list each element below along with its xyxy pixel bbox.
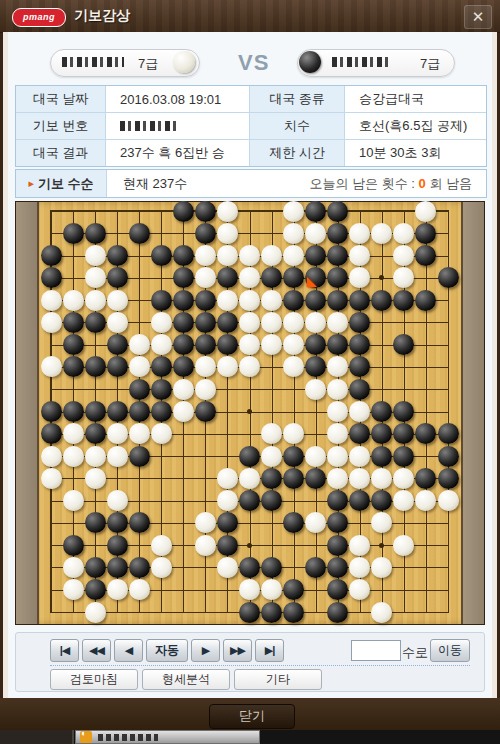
stone-white: ○ [85, 245, 106, 266]
vs-label: VS [238, 50, 269, 76]
stone-black: ● [195, 201, 216, 222]
stone-white: ○ [393, 535, 414, 556]
stone-white: ○ [239, 290, 260, 311]
stone-white: ○ [63, 446, 84, 467]
stone-black: ● [85, 356, 106, 377]
stone-white: ○ [261, 423, 282, 444]
nav-last-button[interactable]: ▶| [255, 639, 284, 662]
stone-black: ● [371, 401, 392, 422]
stone-black: ● [151, 290, 172, 311]
stone-white: ○ [129, 579, 150, 600]
stone-white: ○ [239, 312, 260, 333]
stone-white: ○ [349, 557, 370, 578]
value-time-limit: 10분 30초 3회 [345, 140, 484, 166]
stone-black: ● [41, 401, 62, 422]
stone-black: ● [63, 223, 84, 244]
stone-black: ● [305, 290, 326, 311]
stone-black: ● [283, 267, 304, 288]
stone-white: ○ [393, 468, 414, 489]
stone-black: ● [349, 290, 370, 311]
stone-black: ● [305, 201, 326, 222]
stone-black: ● [261, 267, 282, 288]
white-stone-icon [173, 51, 195, 73]
black-stone-icon [299, 51, 321, 73]
stone-white: ○ [327, 312, 348, 333]
taskbar-segment[interactable] [0, 730, 74, 744]
divider [50, 665, 470, 666]
stone-white: ○ [151, 334, 172, 355]
stone-black: ● [283, 602, 304, 623]
stone-black: ● [349, 379, 370, 400]
window-title: 기보감상 [74, 7, 130, 25]
table-row: 대국 날짜 2016.03.08 19:01 대국 종류 승강급대국 [16, 86, 486, 113]
stone-black: ● [327, 267, 348, 288]
stone-black: ● [393, 423, 414, 444]
board-frame-right [461, 202, 484, 624]
nav-forward-button[interactable]: ▶ [191, 639, 220, 662]
move-sequence-row: ▸ 기보 수순 현재 237수 오늘의 남은 횟수 : 0 회 남음 [15, 169, 487, 198]
stone-white: ○ [305, 379, 326, 400]
stone-white: ○ [349, 401, 370, 422]
close-button[interactable]: 닫기 [209, 704, 295, 729]
stone-black: ● [217, 512, 238, 533]
player-black-name-censored [332, 57, 390, 67]
stone-white: ○ [283, 334, 304, 355]
stone-white: ○ [349, 267, 370, 288]
stone-black: ● [393, 290, 414, 311]
stone-white: ○ [151, 423, 172, 444]
baduk-app-icon [80, 731, 92, 743]
stone-white: ○ [327, 401, 348, 422]
stone-black: ● [261, 490, 282, 511]
etc-button[interactable]: 기타 [234, 669, 322, 690]
close-icon[interactable]: ✕ [464, 5, 492, 29]
value-record-number [106, 113, 250, 139]
stone-black: ● [63, 401, 84, 422]
stone-white: ○ [63, 290, 84, 311]
stone-black: ● [305, 557, 326, 578]
remaining-count-text: 오늘의 남은 횟수 : 0 회 남음 [309, 175, 472, 193]
stone-white: ○ [283, 356, 304, 377]
stone-white: ○ [327, 446, 348, 467]
stone-white: ○ [217, 490, 238, 511]
stone-white: ○ [349, 535, 370, 556]
stone-white: ○ [195, 535, 216, 556]
last-move-marker [307, 277, 317, 287]
stone-white: ○ [85, 602, 106, 623]
stone-white: ○ [349, 579, 370, 600]
table-row: 기보 번호 치수 호선(흑6.5집 공제) [16, 113, 486, 140]
stone-black: ● [107, 245, 128, 266]
stone-white: ○ [239, 334, 260, 355]
stone-white: ○ [305, 512, 326, 533]
stone-black: ● [327, 579, 348, 600]
current-move-text: 현재 237수 [123, 175, 187, 193]
nav-buttons: |◀◀◀◀자동▶▶▶▶| [50, 639, 284, 662]
star-point [247, 543, 252, 548]
stone-black: ● [415, 245, 436, 266]
stone-black: ● [107, 401, 128, 422]
stone-white: ○ [283, 245, 304, 266]
stone-white: ○ [107, 490, 128, 511]
value-date: 2016.03.08 19:01 [106, 86, 250, 112]
stone-black: ● [217, 312, 238, 333]
label-time-limit: 제한 시간 [250, 140, 345, 166]
move-sequence-label: ▸ 기보 수순 [16, 170, 107, 197]
stone-black: ● [283, 512, 304, 533]
stone-white: ○ [85, 267, 106, 288]
stone-black: ● [173, 334, 194, 355]
stone-black: ● [85, 512, 106, 533]
stone-black: ● [327, 512, 348, 533]
stone-black: ● [129, 512, 150, 533]
stone-black: ● [283, 446, 304, 467]
stone-black: ● [173, 356, 194, 377]
stone-black: ● [173, 267, 194, 288]
stone-white: ○ [327, 468, 348, 489]
stone-white: ○ [63, 557, 84, 578]
nav-fast-forward-button[interactable]: ▶▶ [223, 639, 252, 662]
stone-black: ● [438, 446, 459, 467]
stone-white: ○ [349, 223, 370, 244]
stone-black: ● [239, 490, 260, 511]
stone-white: ○ [239, 468, 260, 489]
stone-white: ○ [305, 223, 326, 244]
stone-white: ○ [129, 334, 150, 355]
stone-white: ○ [371, 512, 392, 533]
stone-white: ○ [217, 223, 238, 244]
stone-black: ● [217, 535, 238, 556]
stone-black: ● [151, 401, 172, 422]
stone-black: ● [438, 423, 459, 444]
stone-white: ○ [239, 579, 260, 600]
stone-white: ○ [63, 490, 84, 511]
stone-black: ● [217, 267, 238, 288]
stone-white: ○ [283, 423, 304, 444]
stone-white: ○ [217, 557, 238, 578]
stone-black: ● [349, 423, 370, 444]
stone-white: ○ [415, 201, 436, 222]
stone-white: ○ [371, 468, 392, 489]
stone-black: ● [107, 557, 128, 578]
stone-black: ● [261, 557, 282, 578]
goto-label: 수로 [402, 644, 428, 662]
star-point [247, 409, 252, 414]
stone-white: ○ [327, 379, 348, 400]
stone-black: ● [85, 401, 106, 422]
stone-black: ● [239, 557, 260, 578]
stone-white: ○ [438, 490, 459, 511]
player-white-name-censored [62, 57, 124, 67]
label-result: 대국 결과 [16, 140, 106, 166]
stone-white: ○ [107, 446, 128, 467]
stone-white: ○ [393, 223, 414, 244]
position-analysis-button[interactable]: 형세분석 [142, 669, 230, 690]
stone-white: ○ [239, 245, 260, 266]
stone-white: ○ [195, 512, 216, 533]
stone-black: ● [107, 356, 128, 377]
stone-black: ● [195, 290, 216, 311]
stone-white: ○ [371, 223, 392, 244]
label-date: 대국 날짜 [16, 86, 106, 112]
stone-black: ● [349, 334, 370, 355]
stone-black: ● [195, 334, 216, 355]
stone-white: ○ [349, 245, 370, 266]
stone-black: ● [41, 423, 62, 444]
stone-white: ○ [151, 312, 172, 333]
go-board: ●●○○●●○●●●●○○○●○○○●●○●●●○○○○○●●○○●●○●●○●… [15, 201, 485, 625]
stone-white: ○ [173, 379, 194, 400]
stone-black: ● [371, 423, 392, 444]
stone-black: ● [393, 334, 414, 355]
stone-black: ● [261, 468, 282, 489]
stone-black: ● [129, 557, 150, 578]
stone-black: ● [349, 312, 370, 333]
stone-black: ● [327, 557, 348, 578]
value-result: 237수 흑 6집반 승 [106, 140, 250, 166]
stone-black: ● [305, 334, 326, 355]
stone-white: ○ [195, 379, 216, 400]
stone-white: ○ [217, 290, 238, 311]
stone-black: ● [349, 490, 370, 511]
player-black-rank: 7급 [420, 55, 440, 73]
board-frame-left [16, 202, 39, 624]
stone-white: ○ [195, 356, 216, 377]
stone-black: ● [195, 312, 216, 333]
stone-black: ● [85, 579, 106, 600]
stone-white: ○ [283, 201, 304, 222]
nav-auto-button[interactable]: 자동 [146, 639, 188, 662]
stone-white: ○ [107, 290, 128, 311]
stone-white: ○ [305, 312, 326, 333]
stone-white: ○ [283, 223, 304, 244]
stone-white: ○ [349, 468, 370, 489]
stone-white: ○ [173, 401, 194, 422]
stone-white: ○ [85, 446, 106, 467]
stone-white: ○ [85, 468, 106, 489]
stone-black: ● [129, 223, 150, 244]
stone-black: ● [41, 245, 62, 266]
record-number-censored [120, 121, 178, 131]
stone-white: ○ [41, 468, 62, 489]
stone-black: ● [173, 312, 194, 333]
stone-white: ○ [393, 267, 414, 288]
stone-black: ● [283, 290, 304, 311]
stone-black: ● [151, 379, 172, 400]
stone-black: ● [393, 446, 414, 467]
stone-black: ● [239, 602, 260, 623]
stone-black: ● [415, 468, 436, 489]
stone-black: ● [129, 379, 150, 400]
move-number-input[interactable] [351, 640, 401, 661]
stone-white: ○ [107, 579, 128, 600]
stone-black: ● [438, 468, 459, 489]
stone-white: ○ [261, 290, 282, 311]
stone-white: ○ [107, 423, 128, 444]
stone-black: ● [217, 334, 238, 355]
stone-white: ○ [371, 602, 392, 623]
stone-white: ○ [283, 312, 304, 333]
stone-white: ○ [327, 423, 348, 444]
playback-controls-panel: |◀◀◀◀자동▶▶▶▶| 수로 이동 검토마침형세분석기타 [15, 632, 485, 692]
stone-white: ○ [107, 312, 128, 333]
stone-black: ● [305, 468, 326, 489]
stone-black: ● [85, 312, 106, 333]
stone-black: ● [151, 356, 172, 377]
stone-white: ○ [129, 423, 150, 444]
label-game-type: 대국 종류 [250, 86, 345, 112]
stone-white: ○ [63, 579, 84, 600]
stone-white: ○ [261, 245, 282, 266]
stone-white: ○ [151, 535, 172, 556]
action-buttons: 검토마침형세분석기타 [50, 669, 322, 690]
stone-white: ○ [41, 356, 62, 377]
stone-black: ● [371, 290, 392, 311]
stone-black: ● [327, 245, 348, 266]
stone-black: ● [107, 535, 128, 556]
stone-black: ● [327, 334, 348, 355]
stone-black: ● [415, 290, 436, 311]
stone-black: ● [41, 267, 62, 288]
stone-black: ● [107, 512, 128, 533]
stone-black: ● [107, 334, 128, 355]
stone-white: ○ [195, 267, 216, 288]
review-end-button[interactable]: 검토마침 [50, 669, 138, 690]
stone-white: ○ [261, 446, 282, 467]
stone-white: ○ [41, 446, 62, 467]
stone-black: ● [327, 490, 348, 511]
stone-black: ● [173, 201, 194, 222]
stone-white: ○ [217, 245, 238, 266]
stone-black: ● [195, 223, 216, 244]
stone-black: ● [107, 267, 128, 288]
stone-black: ● [283, 579, 304, 600]
stone-white: ○ [41, 290, 62, 311]
pmang-logo: pmang [12, 8, 66, 27]
label-handicap: 치수 [250, 113, 345, 139]
stone-white: ○ [63, 423, 84, 444]
game-info-table: 대국 날짜 2016.03.08 19:01 대국 종류 승강급대국 기보 번호… [15, 85, 487, 167]
nav-back-button[interactable]: ◀ [114, 639, 143, 662]
stone-white: ○ [85, 290, 106, 311]
remaining-count-number: 0 [419, 176, 426, 191]
stone-black: ● [305, 245, 326, 266]
stone-white: ○ [239, 267, 260, 288]
stone-black: ● [305, 356, 326, 377]
stone-white: ○ [349, 446, 370, 467]
stone-black: ● [85, 557, 106, 578]
stone-black: ● [173, 290, 194, 311]
stone-black: ● [63, 535, 84, 556]
stone-black: ● [415, 223, 436, 244]
stone-black: ● [85, 423, 106, 444]
stone-white: ○ [239, 356, 260, 377]
stone-white: ○ [151, 557, 172, 578]
stone-white: ○ [41, 312, 62, 333]
stone-black: ● [327, 290, 348, 311]
stone-black: ● [327, 602, 348, 623]
nav-first-button[interactable]: |◀ [50, 639, 79, 662]
stone-black: ● [327, 201, 348, 222]
stone-white: ○ [305, 446, 326, 467]
stone-black: ● [195, 401, 216, 422]
goto-button[interactable]: 이동 [430, 639, 470, 662]
arrow-icon: ▸ [28, 177, 34, 190]
stone-black: ● [85, 223, 106, 244]
stone-white: ○ [327, 356, 348, 377]
stone-black: ● [438, 267, 459, 288]
stone-black: ● [283, 468, 304, 489]
stone-white: ○ [261, 579, 282, 600]
star-point [379, 543, 384, 548]
stone-black: ● [239, 446, 260, 467]
stone-white: ○ [261, 312, 282, 333]
stone-black: ● [415, 423, 436, 444]
nav-fast-back-button[interactable]: ◀◀ [82, 639, 111, 662]
stone-black: ● [371, 490, 392, 511]
stone-black: ● [63, 312, 84, 333]
stone-black: ● [349, 356, 370, 377]
value-game-type: 승강급대국 [345, 86, 484, 112]
stone-black: ● [393, 401, 414, 422]
stone-white: ○ [195, 245, 216, 266]
stone-white: ○ [415, 490, 436, 511]
stone-white: ○ [261, 334, 282, 355]
stone-black: ● [261, 602, 282, 623]
table-row: 대국 결과 237수 흑 6집반 승 제한 시간 10분 30초 3회 [16, 140, 486, 166]
stone-white: ○ [371, 557, 392, 578]
stone-black: ● [129, 446, 150, 467]
star-point [379, 275, 384, 280]
stone-white: ○ [129, 356, 150, 377]
stone-black: ● [173, 245, 194, 266]
stone-black: ● [327, 223, 348, 244]
stone-black: ● [129, 401, 150, 422]
stone-black: ● [63, 356, 84, 377]
stone-white: ○ [217, 468, 238, 489]
stone-white: ○ [393, 245, 414, 266]
value-handicap: 호선(흑6.5집 공제) [345, 113, 484, 139]
taskbar-app-text [98, 734, 158, 741]
board-grid[interactable]: ●●○○●●○●●●●○○○●○○○●●○●●●○○○○○●●○○●●○●●○●… [51, 211, 448, 612]
stone-black: ● [151, 245, 172, 266]
stone-white: ○ [393, 490, 414, 511]
stone-black: ● [327, 535, 348, 556]
player-white-rank: 7급 [138, 55, 158, 73]
stone-black: ● [371, 446, 392, 467]
move-sequence-label-text: 기보 수순 [38, 175, 94, 193]
stone-black: ● [63, 334, 84, 355]
label-record-number: 기보 번호 [16, 113, 106, 139]
stone-white: ○ [217, 201, 238, 222]
stone-white: ○ [217, 356, 238, 377]
